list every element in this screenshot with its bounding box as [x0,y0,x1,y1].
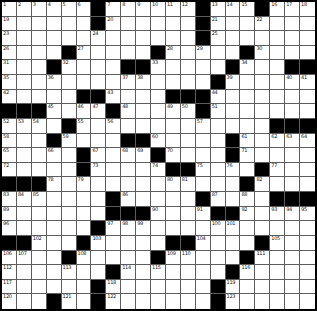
cell-r1c4[interactable]: 4 [47,2,62,17]
cell-r2c17[interactable] [240,17,255,32]
cell-r2c15[interactable]: 21 [211,17,226,32]
cell-r20c21[interactable] [300,280,315,295]
cell-r3c16[interactable] [226,31,241,46]
cell-r8c4[interactable]: 45 [47,104,62,119]
cell-r2c13[interactable] [181,17,196,32]
cell-r12c21[interactable] [300,163,315,178]
cell-r21c18[interactable] [255,294,270,309]
cell-r6c4[interactable]: 36 [47,75,62,90]
cell-r20c5[interactable] [62,280,77,295]
cell-r19c19[interactable] [270,265,285,280]
cell-r7c18[interactable] [255,90,270,105]
cell-r6c12[interactable] [166,75,181,90]
cell-r6c13[interactable] [181,75,196,90]
cell-r14c5[interactable] [62,192,77,207]
cell-r17c7[interactable]: 103 [91,236,106,251]
cell-r7c17[interactable] [240,90,255,105]
cell-r19c7[interactable] [91,265,106,280]
cell-r19c5[interactable]: 113 [62,265,77,280]
cell-r16c5[interactable] [62,221,77,236]
cell-r5c3[interactable] [32,60,47,75]
cell-r4c2[interactable] [17,46,32,61]
cell-r20c3[interactable] [32,280,47,295]
cell-r3c11[interactable] [151,31,166,46]
cell-r16c19[interactable] [270,221,285,236]
cell-r7c19[interactable] [270,90,285,105]
cell-r13c15[interactable] [211,177,226,192]
cell-r6c3[interactable] [32,75,47,90]
cell-r2c18[interactable]: 22 [255,17,270,32]
cell-r17c15[interactable] [211,236,226,251]
cell-r3c18[interactable] [255,31,270,46]
cell-r9c10[interactable] [136,119,151,134]
cell-r21c20[interactable] [285,294,300,309]
cell-r19c10[interactable] [136,265,151,280]
cell-r11c19[interactable] [270,148,285,163]
cell-r13c11[interactable] [151,177,166,192]
cell-r4c15[interactable] [211,46,226,61]
cell-r10c20[interactable]: 63 [285,134,300,149]
cell-r17c8[interactable] [106,236,121,251]
cell-r13c20[interactable] [285,177,300,192]
cell-r12c7[interactable]: 73 [91,163,106,178]
cell-r5c18[interactable] [255,60,270,75]
cell-r14c9[interactable]: 86 [121,192,136,207]
cell-r4c12[interactable]: 28 [166,46,181,61]
cell-r15c3[interactable] [32,207,47,222]
cell-r4c3[interactable] [32,46,47,61]
cell-r5c19[interactable] [270,60,285,75]
cell-r2c19[interactable] [270,17,285,32]
cell-r9c17[interactable] [240,119,255,134]
cell-r16c17[interactable] [240,221,255,236]
cell-r18c6[interactable]: 108 [77,251,92,266]
cell-r21c10[interactable] [136,294,151,309]
cell-r3c9[interactable] [121,31,136,46]
cell-r16c15[interactable]: 100 [211,221,226,236]
cell-r1c15[interactable]: 13 [211,2,226,17]
cell-r6c14[interactable] [196,75,211,90]
cell-r7c2[interactable] [17,90,32,105]
cell-r19c18[interactable] [255,265,270,280]
cell-r3c19[interactable] [270,31,285,46]
cell-r10c1[interactable]: 58 [2,134,17,149]
cell-r14c15[interactable]: 87 [211,192,226,207]
cell-r11c10[interactable]: 69 [136,148,151,163]
cell-r7c16[interactable] [226,90,241,105]
cell-r3c4[interactable] [47,31,62,46]
cell-r8c12[interactable]: 49 [166,104,181,119]
cell-r11c21[interactable] [300,148,315,163]
cell-r20c14[interactable] [196,280,211,295]
cell-r3c3[interactable] [32,31,47,46]
cell-r16c13[interactable] [181,221,196,236]
cell-r9c7[interactable] [91,119,106,134]
cell-r17c5[interactable] [62,236,77,251]
cell-r3c10[interactable] [136,31,151,46]
cell-r20c1[interactable]: 117 [2,280,17,295]
cell-r16c18[interactable] [255,221,270,236]
cell-r17c16[interactable] [226,236,241,251]
cell-r8c9[interactable]: 48 [121,104,136,119]
cell-r18c7[interactable] [91,251,106,266]
cell-r11c12[interactable]: 70 [166,148,181,163]
cell-r1c8[interactable]: 7 [106,2,121,17]
cell-r21c21[interactable] [300,294,315,309]
cell-r6c7[interactable] [91,75,106,90]
cell-r11c20[interactable] [285,148,300,163]
cell-r8c17[interactable] [240,104,255,119]
cell-r8c20[interactable] [285,104,300,119]
cell-r18c20[interactable] [285,251,300,266]
cell-r10c13[interactable] [181,134,196,149]
cell-r2c8[interactable]: 20 [106,17,121,32]
cell-r8c7[interactable]: 47 [91,104,106,119]
cell-r2c3[interactable] [32,17,47,32]
cell-r19c6[interactable] [77,265,92,280]
cell-r11c14[interactable] [196,148,211,163]
cell-r19c13[interactable] [181,265,196,280]
cell-r17c10[interactable] [136,236,151,251]
cell-r10c11[interactable]: 60 [151,134,166,149]
cell-r16c10[interactable]: 99 [136,221,151,236]
cell-r16c16[interactable]: 101 [226,221,241,236]
cell-r15c6[interactable] [77,207,92,222]
cell-r1c17[interactable]: 15 [240,2,255,17]
cell-r10c12[interactable] [166,134,181,149]
cell-r16c3[interactable] [32,221,47,236]
cell-r13c19[interactable] [270,177,285,192]
cell-r20c6[interactable] [77,280,92,295]
cell-r1c1[interactable]: 1 [2,2,17,17]
cell-r5c11[interactable]: 33 [151,60,166,75]
cell-r14c17[interactable]: 88 [240,192,255,207]
cell-r13c21[interactable] [300,177,315,192]
cell-r6c10[interactable]: 38 [136,75,151,90]
cell-r16c4[interactable] [47,221,62,236]
cell-r2c11[interactable] [151,17,166,32]
cell-r19c20[interactable] [285,265,300,280]
cell-r12c5[interactable] [62,163,77,178]
cell-r14c2[interactable]: 84 [17,192,32,207]
cell-r10c17[interactable]: 61 [240,134,255,149]
cell-r2c6[interactable] [77,17,92,32]
cell-r4c16[interactable] [226,46,241,61]
cell-r13c16[interactable] [226,177,241,192]
cell-r12c14[interactable]: 75 [196,163,211,178]
cell-r9c2[interactable]: 53 [17,119,32,134]
cell-r16c6[interactable] [77,221,92,236]
cell-r6c6[interactable] [77,75,92,90]
cell-r9c16[interactable] [226,119,241,134]
cell-r1c5[interactable]: 5 [62,2,77,17]
cell-r3c17[interactable] [240,31,255,46]
cell-r6c11[interactable] [151,75,166,90]
cell-r16c8[interactable]: 97 [106,221,121,236]
cell-r18c9[interactable] [121,251,136,266]
cell-r19c1[interactable]: 112 [2,265,17,280]
cell-r10c21[interactable]: 64 [300,134,315,149]
cell-r18c15[interactable] [211,251,226,266]
cell-r7c9[interactable] [121,90,136,105]
cell-r15c11[interactable]: 90 [151,207,166,222]
cell-r17c3[interactable]: 102 [32,236,47,251]
cell-r20c8[interactable]: 118 [106,280,121,295]
cell-r12c17[interactable] [240,163,255,178]
cell-r5c15[interactable] [211,60,226,75]
cell-r17c20[interactable] [285,236,300,251]
cell-r13c14[interactable] [196,177,211,192]
cell-r11c4[interactable]: 66 [47,148,62,163]
cell-r16c9[interactable]: 98 [121,221,136,236]
cell-r10c19[interactable]: 62 [270,134,285,149]
cell-r6c5[interactable] [62,75,77,90]
cell-r21c13[interactable] [181,294,196,309]
cell-r1c21[interactable]: 18 [300,2,315,17]
cell-r18c14[interactable] [196,251,211,266]
cell-r18c16[interactable] [226,251,241,266]
cell-r13c13[interactable]: 81 [181,177,196,192]
cell-r21c5[interactable]: 121 [62,294,77,309]
cell-r19c4[interactable] [47,265,62,280]
cell-r13c10[interactable] [136,177,151,192]
cell-r18c1[interactable]: 106 [2,251,17,266]
cell-r17c9[interactable] [121,236,136,251]
cell-r12c2[interactable] [17,163,32,178]
cell-r2c2[interactable] [17,17,32,32]
cell-r17c19[interactable]: 105 [270,236,285,251]
cell-r1c11[interactable]: 10 [151,2,166,17]
cell-r21c16[interactable]: 123 [226,294,241,309]
cell-r18c4[interactable] [47,251,62,266]
cell-r3c12[interactable] [166,31,181,46]
cell-r12c16[interactable]: 76 [226,163,241,178]
cell-r14c12[interactable] [166,192,181,207]
cell-r12c9[interactable] [121,163,136,178]
cell-r1c6[interactable]: 6 [77,2,92,17]
cell-r8c21[interactable] [300,104,315,119]
cell-r4c8[interactable] [106,46,121,61]
cell-r15c4[interactable] [47,207,62,222]
cell-r11c15[interactable] [211,148,226,163]
cell-r10c5[interactable]: 59 [62,134,77,149]
cell-r10c7[interactable] [91,134,106,149]
cell-r18c8[interactable] [106,251,121,266]
cell-r11c2[interactable] [17,148,32,163]
cell-r8c19[interactable] [270,104,285,119]
cell-r20c2[interactable] [17,280,32,295]
cell-r3c7[interactable]: 24 [91,31,106,46]
cell-r4c7[interactable] [91,46,106,61]
cell-r1c9[interactable]: 8 [121,2,136,17]
cell-r15c17[interactable]: 92 [240,207,255,222]
cell-r12c20[interactable] [285,163,300,178]
cell-r17c14[interactable]: 104 [196,236,211,251]
cell-r5c5[interactable]: 32 [62,60,77,75]
cell-r1c16[interactable]: 14 [226,2,241,17]
cell-r11c17[interactable]: 71 [240,148,255,163]
cell-r17c4[interactable] [47,236,62,251]
cell-r9c18[interactable] [255,119,270,134]
cell-r14c10[interactable] [136,192,151,207]
cell-r13c5[interactable] [62,177,77,192]
cell-r10c2[interactable] [17,134,32,149]
cell-r9c8[interactable]: 56 [106,119,121,134]
cell-r15c13[interactable] [181,207,196,222]
cell-r6c8[interactable] [106,75,121,90]
cell-r14c7[interactable] [91,192,106,207]
cell-r4c13[interactable] [181,46,196,61]
cell-r19c9[interactable]: 114 [121,265,136,280]
cell-r12c8[interactable] [106,163,121,178]
cell-r6c16[interactable]: 39 [226,75,241,90]
cell-r14c16[interactable] [226,192,241,207]
cell-r17c17[interactable] [240,236,255,251]
cell-r16c12[interactable] [166,221,181,236]
cell-r2c1[interactable]: 19 [2,17,17,32]
cell-r3c21[interactable] [300,31,315,46]
cell-r7c3[interactable] [32,90,47,105]
cell-r13c7[interactable] [91,177,106,192]
cell-r9c3[interactable]: 54 [32,119,47,134]
cell-r19c2[interactable] [17,265,32,280]
cell-r4c6[interactable]: 27 [77,46,92,61]
cell-r14c18[interactable] [255,192,270,207]
cell-r12c19[interactable]: 77 [270,163,285,178]
cell-r2c20[interactable] [285,17,300,32]
cell-r13c12[interactable]: 80 [166,177,181,192]
cell-r3c8[interactable] [106,31,121,46]
cell-r8c6[interactable]: 46 [77,104,92,119]
cell-r8c13[interactable]: 50 [181,104,196,119]
cell-r6c20[interactable]: 40 [285,75,300,90]
cell-r18c19[interactable] [270,251,285,266]
cell-r21c17[interactable] [240,294,255,309]
cell-r18c18[interactable]: 111 [255,251,270,266]
cell-r17c11[interactable] [151,236,166,251]
cell-r8c15[interactable]: 51 [211,104,226,119]
cell-r2c5[interactable] [62,17,77,32]
cell-r20c10[interactable] [136,280,151,295]
cell-r15c18[interactable] [255,207,270,222]
cell-r6c19[interactable] [270,75,285,90]
cell-r16c2[interactable] [17,221,32,236]
cell-r20c20[interactable] [285,280,300,295]
cell-r20c9[interactable] [121,280,136,295]
cell-r14c4[interactable] [47,192,62,207]
cell-r12c4[interactable] [47,163,62,178]
cell-r15c20[interactable]: 94 [285,207,300,222]
cell-r8c18[interactable] [255,104,270,119]
cell-r20c16[interactable]: 119 [226,280,241,295]
cell-r12c11[interactable]: 74 [151,163,166,178]
cell-r15c19[interactable]: 93 [270,207,285,222]
cell-r9c11[interactable] [151,119,166,134]
cell-r10c8[interactable] [106,134,121,149]
cell-r2c21[interactable] [300,17,315,32]
cell-r21c19[interactable] [270,294,285,309]
cell-r9c4[interactable] [47,119,62,134]
cell-r5c2[interactable] [17,60,32,75]
cell-r16c21[interactable] [300,221,315,236]
cell-r16c20[interactable] [285,221,300,236]
cell-r11c5[interactable] [62,148,77,163]
cell-r15c12[interactable] [166,207,181,222]
cell-r15c1[interactable]: 89 [2,207,17,222]
cell-r11c9[interactable]: 68 [121,148,136,163]
cell-r6c21[interactable]: 41 [300,75,315,90]
cell-r10c14[interactable] [196,134,211,149]
cell-r5c17[interactable]: 34 [240,60,255,75]
cell-r12c15[interactable] [211,163,226,178]
cell-r14c6[interactable] [77,192,92,207]
cell-r1c2[interactable]: 2 [17,2,32,17]
cell-r14c3[interactable]: 85 [32,192,47,207]
cell-r7c4[interactable] [47,90,62,105]
cell-r19c15[interactable] [211,265,226,280]
cell-r13c6[interactable]: 79 [77,177,92,192]
cell-r5c8[interactable] [106,60,121,75]
cell-r18c21[interactable] [300,251,315,266]
cell-r11c8[interactable] [106,148,121,163]
cell-r7c5[interactable] [62,90,77,105]
cell-r14c1[interactable]: 83 [2,192,17,207]
cell-r21c11[interactable] [151,294,166,309]
cell-r2c10[interactable] [136,17,151,32]
cell-r4c19[interactable] [270,46,285,61]
cell-r19c3[interactable] [32,265,47,280]
cell-r8c16[interactable] [226,104,241,119]
cell-r15c14[interactable]: 91 [196,207,211,222]
cell-r4c4[interactable] [47,46,62,61]
cell-r11c13[interactable] [181,148,196,163]
cell-r15c7[interactable] [91,207,106,222]
cell-r21c2[interactable] [17,294,32,309]
cell-r9c14[interactable]: 57 [196,119,211,134]
cell-r2c9[interactable] [121,17,136,32]
cell-r1c13[interactable]: 12 [181,2,196,17]
cell-r14c13[interactable] [181,192,196,207]
cell-r7c10[interactable] [136,90,151,105]
cell-r10c18[interactable] [255,134,270,149]
cell-r5c6[interactable] [77,60,92,75]
cell-r20c17[interactable] [240,280,255,295]
cell-r4c9[interactable] [121,46,136,61]
cell-r4c20[interactable] [285,46,300,61]
cell-r14c11[interactable] [151,192,166,207]
cell-r3c2[interactable] [17,31,32,46]
cell-r13c4[interactable]: 78 [47,177,62,192]
cell-r7c15[interactable]: 44 [211,90,226,105]
cell-r19c21[interactable] [300,265,315,280]
cell-r3c1[interactable]: 23 [2,31,17,46]
cell-r10c15[interactable] [211,134,226,149]
cell-r18c12[interactable]: 109 [166,251,181,266]
cell-r9c9[interactable] [121,119,136,134]
cell-r20c12[interactable] [166,280,181,295]
cell-r7c11[interactable] [151,90,166,105]
cell-r12c3[interactable] [32,163,47,178]
cell-r16c11[interactable] [151,221,166,236]
cell-r10c6[interactable] [77,134,92,149]
cell-r15c21[interactable]: 95 [300,207,315,222]
cell-r20c4[interactable] [47,280,62,295]
cell-r3c5[interactable] [62,31,77,46]
cell-r11c7[interactable]: 67 [91,148,106,163]
cell-r20c18[interactable] [255,280,270,295]
cell-r20c13[interactable] [181,280,196,295]
cell-r13c18[interactable]: 82 [255,177,270,192]
